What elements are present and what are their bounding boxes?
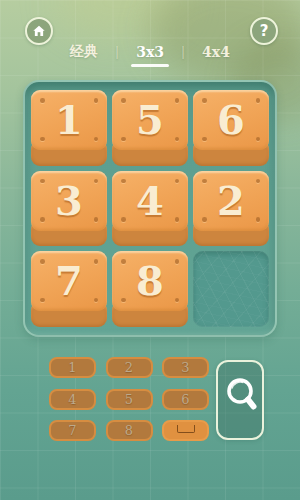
blank-slot-icon <box>177 425 195 433</box>
board-grid: 1 5 6 3 <box>31 90 269 327</box>
target-preview-grid: 1 2 3 4 5 6 7 8 <box>49 357 209 441</box>
home-icon <box>31 23 47 39</box>
preview-cell-5[interactable]: 5 <box>106 389 153 410</box>
magnifier-button[interactable] <box>216 360 264 440</box>
tile-number: 2 <box>217 181 245 221</box>
question-mark-icon: ? <box>260 24 269 39</box>
preview-cell-4[interactable]: 4 <box>49 389 96 410</box>
home-button[interactable] <box>25 17 53 45</box>
tile-4[interactable]: 4 <box>112 171 188 247</box>
tab-4x4[interactable]: 4x4 <box>200 44 232 60</box>
preview-cell-1[interactable]: 1 <box>49 357 96 378</box>
tile-number: 5 <box>136 100 164 140</box>
tab-3x3[interactable]: 3x3 <box>134 44 166 60</box>
preview-cell-6[interactable]: 6 <box>162 389 209 410</box>
tile-2[interactable]: 2 <box>193 171 269 247</box>
tab-separator: | <box>115 45 119 59</box>
tile-1[interactable]: 1 <box>31 90 107 166</box>
tile-number: 7 <box>55 261 83 301</box>
puzzle-board: 1 5 6 3 <box>23 80 277 337</box>
tile-number: 4 <box>136 181 164 221</box>
preview-cell-8[interactable]: 8 <box>106 420 153 441</box>
tile-3[interactable]: 3 <box>31 171 107 247</box>
tab-separator: | <box>181 45 185 59</box>
help-button[interactable]: ? <box>250 17 278 45</box>
preview-blank-cell[interactable] <box>162 420 209 441</box>
preview-cell-2[interactable]: 2 <box>106 357 153 378</box>
tile-8[interactable]: 8 <box>112 251 188 327</box>
game-screen: ? 经典 | 3x3 | 4x4 1 5 <box>0 0 300 500</box>
tile-5[interactable]: 5 <box>112 90 188 166</box>
mode-tabs: 经典 | 3x3 | 4x4 <box>0 43 300 61</box>
magnifier-icon <box>223 373 257 427</box>
tab-classic[interactable]: 经典 <box>68 43 100 61</box>
tile-number: 3 <box>55 181 83 221</box>
tile-number: 6 <box>217 100 245 140</box>
tile-7[interactable]: 7 <box>31 251 107 327</box>
tile-number: 8 <box>136 261 164 301</box>
empty-cell <box>193 251 269 327</box>
preview-cell-3[interactable]: 3 <box>162 357 209 378</box>
preview-cell-7[interactable]: 7 <box>49 420 96 441</box>
tile-6[interactable]: 6 <box>193 90 269 166</box>
tile-number: 1 <box>55 100 83 140</box>
leaf-shadow <box>55 0 185 40</box>
